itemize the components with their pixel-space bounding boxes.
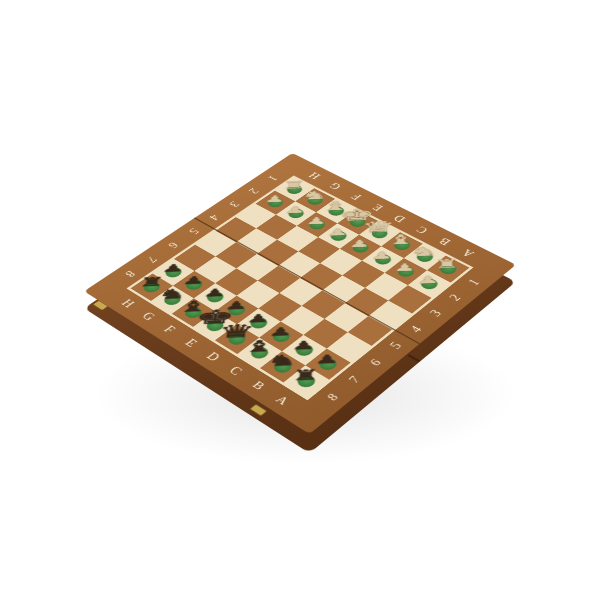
felt-base [225,331,249,347]
square-b6 [303,319,347,349]
square-d5 [279,278,322,306]
square-d6 [258,293,301,321]
piece-black-pawn: ♟ [150,262,195,274]
square-b5 [324,303,368,332]
piece-white-pawn: ♟ [295,215,338,226]
square-b3 [365,273,408,301]
square-c6 [281,306,325,335]
square-b2: ♟ [385,258,427,285]
felt-base [270,328,294,344]
piece-black-knight: ♞ [258,352,306,369]
felt-base [292,342,316,358]
piece-white-pawn: ♟ [254,194,296,205]
felt-base [247,315,270,331]
piece-white-pawn: ♟ [338,238,381,249]
piece-black-pawn: ♟ [171,274,216,286]
piece-black-king: ♚ [191,307,239,327]
felt-base [225,302,248,317]
fold-seam-side [407,354,420,362]
felt-base [316,356,340,373]
piece-black-pawn: ♟ [257,325,304,338]
square-d7: ♟ [237,308,281,337]
square-c8: ♝ [237,338,282,368]
piece-white-pawn: ♟ [316,226,359,237]
square-e7: ♟ [215,296,258,325]
piece-white-pawn: ♟ [383,261,427,273]
square-b4 [345,288,388,316]
piece-black-pawn: ♟ [235,312,281,325]
square-a7: ♟ [305,349,350,380]
square-c5 [302,290,345,318]
piece-white-rook: ♜ [425,257,469,270]
felt-base [248,345,272,361]
piece-white-pawn: ♟ [360,250,404,262]
felt-base [294,373,318,390]
felt-base [203,318,226,334]
piece-white-pawn: ♟ [406,274,451,286]
piece-black-pawn: ♟ [303,353,351,366]
felt-base [271,358,295,375]
piece-white-pawn: ♟ [274,204,316,215]
piece-black-queen: ♛ [213,321,261,341]
piece-black-rook: ♜ [281,367,329,383]
piece-black-pawn: ♟ [280,339,327,352]
square-c7: ♟ [259,322,303,352]
piece-black-bishop: ♝ [235,337,283,354]
square-c4 [322,275,365,303]
square-b7: ♟ [282,335,327,365]
square-b8: ♞ [260,351,305,382]
